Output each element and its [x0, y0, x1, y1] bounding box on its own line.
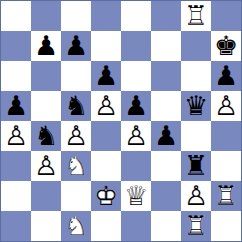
square-g5[interactable]: ♛	[181, 91, 211, 121]
white-pawn-icon: ♟♙	[31, 151, 61, 181]
white-rook-icon: ♜♖	[181, 211, 211, 241]
square-g1[interactable]: ♜♖	[181, 211, 211, 241]
square-e5[interactable]: ♟	[121, 91, 151, 121]
square-b3[interactable]: ♟♙	[31, 151, 61, 181]
square-h7[interactable]: ♚	[211, 31, 241, 61]
square-a2[interactable]	[1, 181, 31, 211]
square-h2[interactable]: ♜♖	[211, 181, 241, 211]
square-d1[interactable]	[91, 211, 121, 241]
square-d2[interactable]: ♚♔	[91, 181, 121, 211]
square-c7[interactable]: ♟	[61, 31, 91, 61]
square-a5[interactable]: ♟	[1, 91, 31, 121]
square-h3[interactable]	[211, 151, 241, 181]
square-a1[interactable]	[1, 211, 31, 241]
square-f4[interactable]: ♟	[151, 121, 181, 151]
white-pawn-icon: ♟♙	[1, 121, 31, 151]
square-f1[interactable]	[151, 211, 181, 241]
white-pawn-icon: ♟♙	[121, 121, 151, 151]
square-f5[interactable]	[151, 91, 181, 121]
black-queen-icon: ♛	[181, 91, 211, 121]
white-king-icon: ♚♔	[91, 181, 121, 211]
black-pawn-icon: ♟	[1, 91, 31, 121]
square-f3[interactable]	[151, 151, 181, 181]
square-b7[interactable]: ♟	[31, 31, 61, 61]
black-pawn-icon: ♟	[31, 31, 61, 61]
square-g2[interactable]: ♟♙	[181, 181, 211, 211]
white-rook-icon: ♜♖	[181, 1, 211, 31]
square-e4[interactable]: ♟♙	[121, 121, 151, 151]
square-f8[interactable]	[151, 1, 181, 31]
square-h1[interactable]	[211, 211, 241, 241]
square-g6[interactable]	[181, 61, 211, 91]
white-rook-icon: ♜♖	[211, 181, 241, 211]
square-e3[interactable]	[121, 151, 151, 181]
square-c8[interactable]	[61, 1, 91, 31]
white-pawn-icon: ♟♙	[181, 181, 211, 211]
black-pawn-icon: ♟	[91, 61, 121, 91]
square-b5[interactable]	[31, 91, 61, 121]
square-g7[interactable]	[181, 31, 211, 61]
square-e8[interactable]	[121, 1, 151, 31]
black-pawn-icon: ♟	[151, 121, 181, 151]
square-f2[interactable]	[151, 181, 181, 211]
black-rook-icon: ♜	[181, 151, 211, 181]
square-f6[interactable]	[151, 61, 181, 91]
square-e7[interactable]	[121, 31, 151, 61]
square-c5[interactable]: ♞	[61, 91, 91, 121]
square-a7[interactable]	[1, 31, 31, 61]
black-knight-icon: ♞	[31, 121, 61, 151]
square-h5[interactable]: ♟♙	[211, 91, 241, 121]
black-knight-icon: ♞	[61, 91, 91, 121]
square-g8[interactable]: ♜♖	[181, 1, 211, 31]
square-h8[interactable]	[211, 1, 241, 31]
square-c1[interactable]: ♞♘	[61, 211, 91, 241]
square-d8[interactable]	[91, 1, 121, 31]
square-g3[interactable]: ♜	[181, 151, 211, 181]
square-d7[interactable]	[91, 31, 121, 61]
square-c4[interactable]: ♟♙	[61, 121, 91, 151]
square-e1[interactable]	[121, 211, 151, 241]
square-d6[interactable]: ♟	[91, 61, 121, 91]
square-d5[interactable]: ♟♙	[91, 91, 121, 121]
square-b6[interactable]	[31, 61, 61, 91]
square-e2[interactable]: ♛♕	[121, 181, 151, 211]
square-c2[interactable]	[61, 181, 91, 211]
white-pawn-icon: ♟♙	[91, 91, 121, 121]
square-h4[interactable]	[211, 121, 241, 151]
black-pawn-icon: ♟	[211, 61, 241, 91]
white-pawn-icon: ♟♙	[211, 91, 241, 121]
square-g4[interactable]	[181, 121, 211, 151]
black-pawn-icon: ♟	[121, 91, 151, 121]
black-pawn-icon: ♟	[61, 31, 91, 61]
square-a3[interactable]	[1, 151, 31, 181]
square-c6[interactable]	[61, 61, 91, 91]
white-queen-icon: ♛♕	[121, 181, 151, 211]
chess-board: ♜♖♟♟♚♟♟♟♞♟♙♟♛♟♙♟♙♞♟♙♟♙♟♟♙♞♘♜♚♔♛♕♟♙♜♖♞♘♜♖	[0, 0, 242, 242]
square-d4[interactable]	[91, 121, 121, 151]
square-e6[interactable]	[121, 61, 151, 91]
square-a6[interactable]	[1, 61, 31, 91]
white-knight-icon: ♞♘	[61, 151, 91, 181]
square-a4[interactable]: ♟♙	[1, 121, 31, 151]
square-b1[interactable]	[31, 211, 61, 241]
white-knight-icon: ♞♘	[61, 211, 91, 241]
square-b8[interactable]	[31, 1, 61, 31]
square-a8[interactable]	[1, 1, 31, 31]
white-pawn-icon: ♟♙	[61, 121, 91, 151]
square-c3[interactable]: ♞♘	[61, 151, 91, 181]
square-f7[interactable]	[151, 31, 181, 61]
square-b4[interactable]: ♞	[31, 121, 61, 151]
square-b2[interactable]	[31, 181, 61, 211]
black-king-icon: ♚	[211, 31, 241, 61]
square-d3[interactable]	[91, 151, 121, 181]
square-h6[interactable]: ♟	[211, 61, 241, 91]
